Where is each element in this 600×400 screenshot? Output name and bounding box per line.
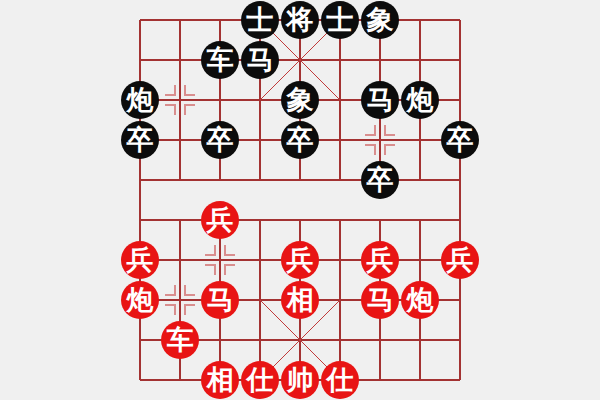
piece-bk[interactable]: 将 bbox=[281, 1, 319, 39]
piece-bp[interactable]: 卒 bbox=[361, 161, 399, 199]
piece-rp[interactable]: 兵 bbox=[361, 241, 399, 279]
piece-bn[interactable]: 马 bbox=[361, 81, 399, 119]
piece-bb[interactable]: 象 bbox=[281, 81, 319, 119]
piece-rp[interactable]: 兵 bbox=[441, 241, 479, 279]
piece-bn[interactable]: 马 bbox=[241, 41, 279, 79]
piece-rn[interactable]: 马 bbox=[361, 281, 399, 319]
piece-ra[interactable]: 仕 bbox=[241, 361, 279, 399]
piece-rb[interactable]: 相 bbox=[281, 281, 319, 319]
piece-rr[interactable]: 车 bbox=[161, 321, 199, 359]
piece-rc[interactable]: 炮 bbox=[121, 281, 159, 319]
piece-bp[interactable]: 卒 bbox=[121, 121, 159, 159]
piece-grid: 士将士象车马炮象马炮卒卒卒卒卒兵兵兵兵兵炮马相马炮车相仕帅仕 bbox=[120, 0, 480, 400]
piece-ra[interactable]: 仕 bbox=[321, 361, 359, 399]
piece-rp[interactable]: 兵 bbox=[281, 241, 319, 279]
piece-bc[interactable]: 炮 bbox=[401, 81, 439, 119]
xiangqi-board: 士将士象车马炮象马炮卒卒卒卒卒兵兵兵兵兵炮马相马炮车相仕帅仕 bbox=[0, 0, 600, 400]
piece-ba[interactable]: 士 bbox=[241, 1, 279, 39]
piece-rc[interactable]: 炮 bbox=[401, 281, 439, 319]
piece-ba[interactable]: 士 bbox=[321, 1, 359, 39]
piece-rb[interactable]: 相 bbox=[201, 361, 239, 399]
piece-rp[interactable]: 兵 bbox=[201, 201, 239, 239]
piece-bb[interactable]: 象 bbox=[361, 1, 399, 39]
piece-rp[interactable]: 兵 bbox=[121, 241, 159, 279]
piece-rn[interactable]: 马 bbox=[201, 281, 239, 319]
piece-br[interactable]: 车 bbox=[201, 41, 239, 79]
piece-bp[interactable]: 卒 bbox=[281, 121, 319, 159]
piece-rk[interactable]: 帅 bbox=[281, 361, 319, 399]
piece-bp[interactable]: 卒 bbox=[201, 121, 239, 159]
piece-bp[interactable]: 卒 bbox=[441, 121, 479, 159]
piece-bc[interactable]: 炮 bbox=[121, 81, 159, 119]
